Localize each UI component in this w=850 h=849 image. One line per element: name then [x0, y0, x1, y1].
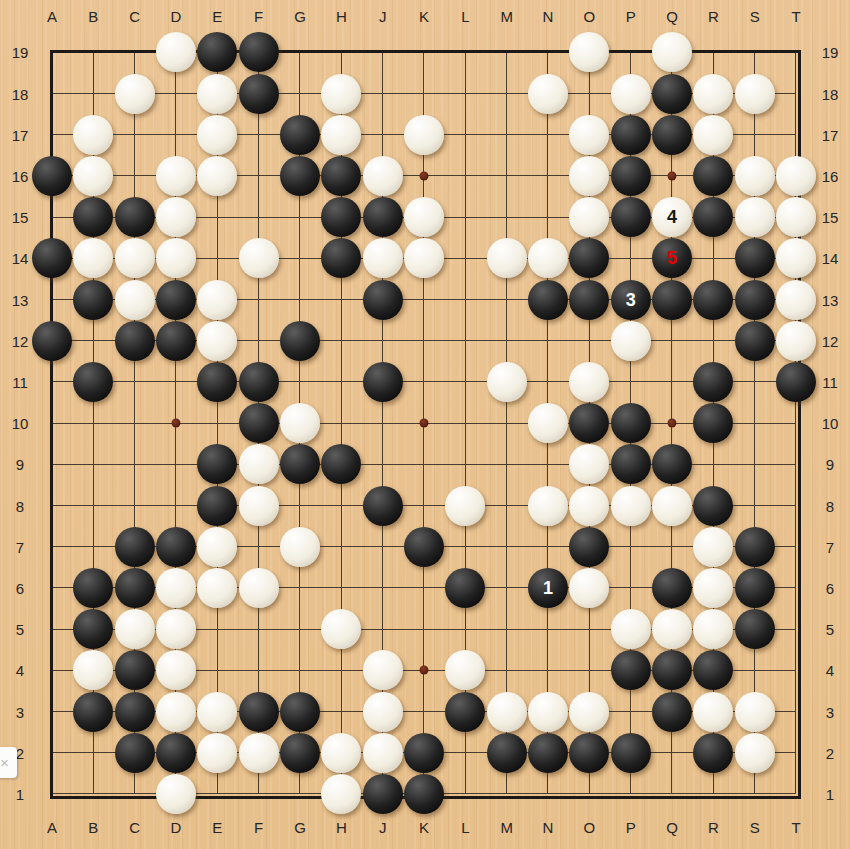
column-label: B [88, 820, 98, 835]
row-label: 5 [16, 622, 24, 637]
column-label: P [626, 9, 636, 24]
go-board[interactable]: AABBCCDDEEFFGGHHJJKKLLMMNNOOPPQQRRSSTT19… [0, 0, 850, 849]
black-stone [652, 568, 692, 608]
column-label: M [500, 820, 513, 835]
black-stone [73, 280, 113, 320]
black-stone [280, 733, 320, 773]
black-stone [735, 568, 775, 608]
row-label: 18 [822, 86, 839, 101]
close-icon: × [0, 754, 9, 771]
black-stone [73, 692, 113, 732]
black-stone [280, 156, 320, 196]
black-stone [735, 321, 775, 361]
white-stone [735, 74, 775, 114]
white-stone [156, 238, 196, 278]
row-label: 9 [826, 457, 834, 472]
black-stone [693, 362, 733, 402]
column-label: O [583, 820, 595, 835]
white-stone [239, 486, 279, 526]
white-stone [321, 115, 361, 155]
column-label: E [212, 820, 222, 835]
black-stone [693, 403, 733, 443]
row-label: 12 [12, 333, 29, 348]
row-label: 8 [826, 498, 834, 513]
white-stone [404, 197, 444, 237]
black-stone [693, 486, 733, 526]
column-label: C [129, 9, 140, 24]
black-stone [693, 156, 733, 196]
white-stone [197, 280, 237, 320]
white-stone [73, 115, 113, 155]
white-stone [156, 774, 196, 814]
star-point [667, 419, 676, 428]
white-stone [239, 444, 279, 484]
black-stone [693, 280, 733, 320]
white-stone [197, 115, 237, 155]
black-stone [528, 733, 568, 773]
black-stone [363, 280, 403, 320]
row-label: 14 [12, 251, 29, 266]
white-stone [569, 486, 609, 526]
black-stone [239, 74, 279, 114]
white-stone [776, 280, 816, 320]
black-stone [197, 32, 237, 72]
white-stone [197, 692, 237, 732]
black-stone [404, 733, 444, 773]
white-stone [611, 74, 651, 114]
column-label: Q [666, 9, 678, 24]
row-label: 2 [16, 745, 24, 760]
white-stone [693, 74, 733, 114]
white-stone [156, 568, 196, 608]
black-stone [321, 197, 361, 237]
white-stone [569, 32, 609, 72]
white-stone [611, 609, 651, 649]
black-stone: 1 [528, 568, 568, 608]
white-stone [776, 238, 816, 278]
black-stone [197, 486, 237, 526]
white-stone [693, 568, 733, 608]
white-stone [321, 74, 361, 114]
black-stone [611, 733, 651, 773]
column-label: F [254, 9, 263, 24]
black-stone [693, 650, 733, 690]
row-label: 11 [822, 374, 838, 389]
black-stone [32, 156, 72, 196]
white-stone [611, 486, 651, 526]
black-stone [32, 238, 72, 278]
white-stone [73, 156, 113, 196]
black-stone [115, 568, 155, 608]
white-stone [776, 321, 816, 361]
black-stone [363, 486, 403, 526]
white-stone [735, 733, 775, 773]
black-stone [156, 733, 196, 773]
black-stone [611, 115, 651, 155]
black-stone [611, 156, 651, 196]
black-stone [611, 403, 651, 443]
white-stone [404, 238, 444, 278]
white-stone [528, 238, 568, 278]
black-stone [156, 527, 196, 567]
white-stone [280, 527, 320, 567]
black-stone [445, 692, 485, 732]
black-stone [197, 362, 237, 402]
row-label: 4 [16, 663, 24, 678]
column-label: J [379, 9, 387, 24]
white-stone [321, 774, 361, 814]
white-stone [693, 609, 733, 649]
black-stone [239, 403, 279, 443]
black-stone [776, 362, 816, 402]
row-label: 1 [16, 786, 24, 801]
black-stone [404, 774, 444, 814]
black-stone [735, 609, 775, 649]
white-stone [735, 197, 775, 237]
move-number-label: 1 [543, 579, 553, 597]
white-stone [528, 74, 568, 114]
black-stone [197, 444, 237, 484]
white-stone [115, 74, 155, 114]
black-stone [569, 238, 609, 278]
black-stone [487, 733, 527, 773]
row-label: 10 [822, 416, 839, 431]
white-stone [735, 692, 775, 732]
white-stone [363, 156, 403, 196]
row-label: 10 [12, 416, 29, 431]
white-stone [197, 156, 237, 196]
black-stone [404, 527, 444, 567]
white-stone [239, 733, 279, 773]
white-stone [735, 156, 775, 196]
star-point [667, 171, 676, 180]
white-stone [487, 238, 527, 278]
white-stone [197, 733, 237, 773]
black-stone [363, 362, 403, 402]
white-stone [239, 238, 279, 278]
black-stone [652, 692, 692, 732]
black-stone [239, 362, 279, 402]
black-stone [280, 321, 320, 361]
black-stone [445, 568, 485, 608]
white-stone [197, 568, 237, 608]
row-label: 2 [826, 745, 834, 760]
black-stone [156, 280, 196, 320]
row-label: 6 [16, 580, 24, 595]
column-label: K [419, 9, 429, 24]
white-stone [363, 650, 403, 690]
row-label: 19 [822, 45, 839, 60]
white-stone [363, 733, 403, 773]
row-label: 19 [12, 45, 29, 60]
move-number-label: 5 [667, 249, 677, 267]
white-stone [73, 650, 113, 690]
black-stone [239, 692, 279, 732]
white-stone [156, 197, 196, 237]
black-stone: 5 [652, 238, 692, 278]
black-stone [156, 321, 196, 361]
column-label: G [294, 820, 306, 835]
white-stone [569, 692, 609, 732]
column-label: P [626, 820, 636, 835]
row-label: 7 [826, 539, 834, 554]
row-label: 7 [16, 539, 24, 554]
star-point [171, 419, 180, 428]
black-stone [611, 197, 651, 237]
white-stone [73, 238, 113, 278]
row-label: 3 [826, 704, 834, 719]
white-stone [776, 156, 816, 196]
row-label: 13 [822, 292, 839, 307]
black-stone [528, 280, 568, 320]
white-stone [528, 692, 568, 732]
white-stone [445, 650, 485, 690]
column-label: R [708, 820, 719, 835]
black-stone [239, 32, 279, 72]
black-stone [652, 650, 692, 690]
white-stone [363, 238, 403, 278]
row-label: 13 [12, 292, 29, 307]
white-stone [280, 403, 320, 443]
row-label: 17 [822, 127, 839, 142]
white-stone [528, 403, 568, 443]
column-label: E [212, 9, 222, 24]
black-stone [32, 321, 72, 361]
black-stone [115, 527, 155, 567]
black-stone [73, 609, 113, 649]
column-label: Q [666, 820, 678, 835]
row-label: 8 [16, 498, 24, 513]
white-stone [569, 156, 609, 196]
row-label: 15 [12, 210, 29, 225]
row-label: 17 [12, 127, 29, 142]
column-label: D [171, 820, 182, 835]
column-label: G [294, 9, 306, 24]
close-button[interactable]: × [0, 747, 17, 778]
black-stone [611, 444, 651, 484]
black-stone [693, 733, 733, 773]
row-label: 9 [16, 457, 24, 472]
white-stone: 4 [652, 197, 692, 237]
black-stone [73, 362, 113, 402]
white-stone [321, 733, 361, 773]
column-label: C [129, 820, 140, 835]
white-stone [115, 280, 155, 320]
column-label: H [336, 820, 347, 835]
black-stone [115, 321, 155, 361]
white-stone [776, 197, 816, 237]
black-stone: 3 [611, 280, 651, 320]
black-stone [363, 197, 403, 237]
black-stone [280, 692, 320, 732]
white-stone [569, 568, 609, 608]
black-stone [569, 403, 609, 443]
white-stone [115, 238, 155, 278]
column-label: K [419, 820, 429, 835]
row-label: 16 [822, 168, 839, 183]
white-stone [569, 362, 609, 402]
white-stone [156, 32, 196, 72]
column-label: H [336, 9, 347, 24]
white-stone [693, 115, 733, 155]
column-label: N [543, 820, 554, 835]
black-stone [652, 280, 692, 320]
white-stone [652, 32, 692, 72]
white-stone [569, 115, 609, 155]
white-stone [197, 527, 237, 567]
column-label: S [750, 820, 760, 835]
column-label: O [583, 9, 595, 24]
row-label: 12 [822, 333, 839, 348]
white-stone [197, 74, 237, 114]
column-label: S [750, 9, 760, 24]
column-label: T [791, 9, 800, 24]
star-point [419, 171, 428, 180]
row-label: 15 [822, 210, 839, 225]
row-label: 1 [826, 786, 834, 801]
white-stone [115, 609, 155, 649]
black-stone [652, 444, 692, 484]
black-stone [569, 733, 609, 773]
black-stone [321, 156, 361, 196]
column-label: L [461, 820, 469, 835]
row-label: 16 [12, 168, 29, 183]
column-label: N [543, 9, 554, 24]
black-stone [735, 238, 775, 278]
black-stone [363, 774, 403, 814]
black-stone [569, 280, 609, 320]
black-stone [280, 444, 320, 484]
column-label: F [254, 820, 263, 835]
white-stone [528, 486, 568, 526]
white-stone [321, 609, 361, 649]
white-stone [611, 321, 651, 361]
white-stone [487, 362, 527, 402]
black-stone [115, 197, 155, 237]
star-point [419, 666, 428, 675]
white-stone [569, 197, 609, 237]
black-stone [735, 527, 775, 567]
black-stone [73, 197, 113, 237]
row-label: 11 [12, 374, 28, 389]
white-stone [363, 692, 403, 732]
white-stone [693, 527, 733, 567]
white-stone [404, 115, 444, 155]
white-stone [197, 321, 237, 361]
white-stone [652, 486, 692, 526]
column-label: D [171, 9, 182, 24]
move-number-label: 3 [626, 291, 636, 309]
white-stone [156, 692, 196, 732]
black-stone [73, 568, 113, 608]
white-stone [156, 650, 196, 690]
column-label: J [379, 820, 387, 835]
row-label: 18 [12, 86, 29, 101]
black-stone [693, 197, 733, 237]
column-label: A [47, 820, 57, 835]
column-label: B [88, 9, 98, 24]
black-stone [115, 733, 155, 773]
black-stone [569, 527, 609, 567]
row-label: 4 [826, 663, 834, 678]
black-stone [280, 115, 320, 155]
black-stone [115, 650, 155, 690]
row-label: 3 [16, 704, 24, 719]
white-stone [652, 609, 692, 649]
column-label: T [791, 820, 800, 835]
black-stone [115, 692, 155, 732]
column-label: R [708, 9, 719, 24]
black-stone [611, 650, 651, 690]
row-label: 5 [826, 622, 834, 637]
move-number-label: 4 [667, 208, 677, 226]
black-stone [321, 238, 361, 278]
row-label: 14 [822, 251, 839, 266]
column-label: M [500, 9, 513, 24]
white-stone [487, 692, 527, 732]
white-stone [239, 568, 279, 608]
star-point [419, 419, 428, 428]
column-label: A [47, 9, 57, 24]
black-stone [652, 74, 692, 114]
white-stone [445, 486, 485, 526]
black-stone [321, 444, 361, 484]
black-stone [735, 280, 775, 320]
black-stone [652, 115, 692, 155]
white-stone [156, 609, 196, 649]
white-stone [156, 156, 196, 196]
white-stone [569, 444, 609, 484]
row-label: 6 [826, 580, 834, 595]
column-label: L [461, 9, 469, 24]
white-stone [693, 692, 733, 732]
